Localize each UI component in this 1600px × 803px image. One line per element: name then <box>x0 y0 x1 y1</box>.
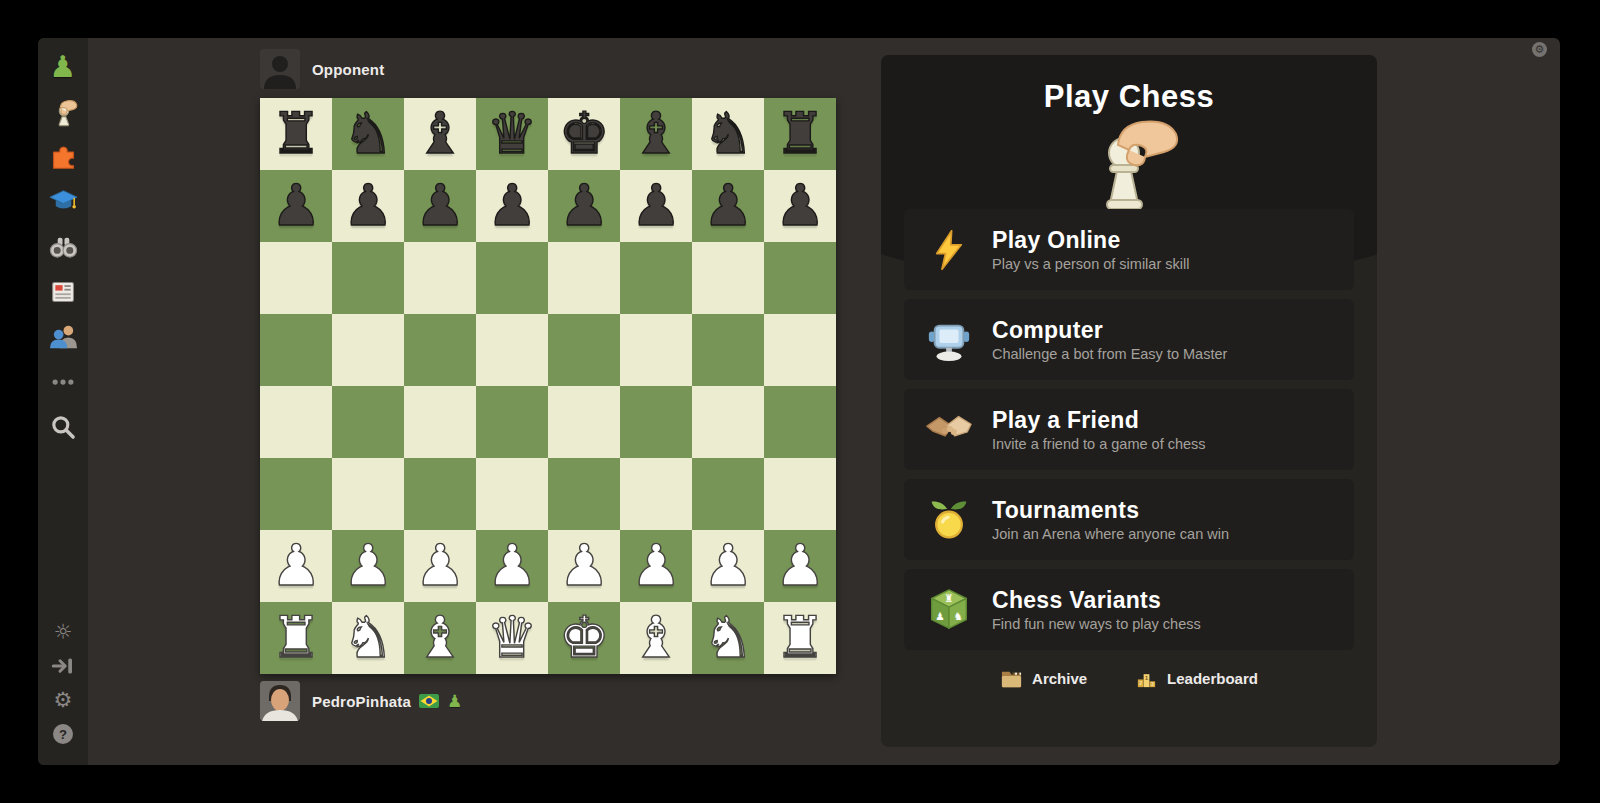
sidebar-item-settings[interactable]: ⚙ <box>50 687 76 713</box>
svg-text:♟: ♟ <box>935 609 944 621</box>
menu-item-label: Play Online <box>992 227 1189 253</box>
play-panel: Play Chess Play Online <box>881 55 1377 747</box>
square-g2[interactable]: ♟ <box>692 530 764 602</box>
player-name: PedroPinhata <box>312 693 411 710</box>
square-c1[interactable]: ♝ <box>404 602 476 674</box>
sidebar-item-watch[interactable] <box>47 230 80 263</box>
app-window: ♟ <box>38 38 1560 765</box>
square-g8[interactable]: ♞ <box>692 98 764 170</box>
sidebar-item-social[interactable] <box>47 320 80 353</box>
medal-icon <box>926 497 972 543</box>
menu-item-computer[interactable]: Computer Challenge a bot from Easy to Ma… <box>904 299 1354 380</box>
black-king[interactable]: ♚ <box>548 98 620 168</box>
white-pawn[interactable]: ♟ <box>548 530 620 600</box>
square-b3[interactable] <box>332 458 404 530</box>
square-f8[interactable]: ♝ <box>620 98 692 170</box>
square-c8[interactable]: ♝ <box>404 98 476 170</box>
white-knight[interactable]: ♞ <box>692 602 764 672</box>
logo-pawn-icon: ♟ <box>50 50 77 83</box>
sidebar-item-learn[interactable] <box>47 185 80 218</box>
square-f6[interactable] <box>620 242 692 314</box>
puzzle-piece-icon <box>49 142 78 171</box>
sidebar-item-news[interactable] <box>47 275 80 308</box>
leaderboard-link[interactable]: 1 2 3 Leaderboard <box>1135 667 1258 690</box>
player-row: PedroPinhata ♟ <box>260 680 836 722</box>
square-h5[interactable] <box>764 314 836 386</box>
square-d1[interactable]: ♛ <box>476 602 548 674</box>
opponent-row: Opponent <box>260 48 836 90</box>
black-knight[interactable]: ♞ <box>332 98 404 168</box>
sign-in-icon <box>51 654 75 678</box>
square-f2[interactable]: ♟ <box>620 530 692 602</box>
square-f4[interactable] <box>620 386 692 458</box>
square-e8[interactable]: ♚ <box>548 98 620 170</box>
square-c5[interactable] <box>404 314 476 386</box>
sidebar-item-search[interactable] <box>47 410 80 443</box>
menu-item-play-online[interactable]: Play Online Play vs a person of similar … <box>904 209 1354 290</box>
sidebar-item-puzzles[interactable] <box>47 140 80 173</box>
white-pawn[interactable]: ♟ <box>404 530 476 600</box>
square-c6[interactable] <box>404 242 476 314</box>
square-f3[interactable] <box>620 458 692 530</box>
settings-icon[interactable]: ⚙ <box>1532 42 1547 57</box>
svg-text:2: 2 <box>1139 680 1142 686</box>
black-pawn[interactable]: ♟ <box>764 170 836 240</box>
lightning-bolt-icon <box>926 227 972 273</box>
square-g3[interactable] <box>692 458 764 530</box>
game-area: Opponent ♜♞♝♛♚♝♞♜♟♟♟♟♟♟♟♟♟♟♟♟♟♟♟♟♜♞♝♛♚♝♞… <box>260 48 836 722</box>
square-d7[interactable]: ♟ <box>476 170 548 242</box>
square-a7[interactable]: ♟ <box>260 170 332 242</box>
black-pawn[interactable]: ♟ <box>332 170 404 240</box>
chess-die-icon: ♜ ♟ ♞ <box>926 587 972 633</box>
menu-item-label: Tournaments <box>992 497 1229 523</box>
sidebar: ♟ <box>38 38 88 765</box>
square-d2[interactable]: ♟ <box>476 530 548 602</box>
square-e2[interactable]: ♟ <box>548 530 620 602</box>
play-menu: Play Online Play vs a person of similar … <box>881 209 1377 659</box>
square-g6[interactable] <box>692 242 764 314</box>
menu-item-sublabel: Join an Arena where anyone can win <box>992 526 1229 542</box>
sidebar-item-home[interactable]: ♟ <box>47 50 80 83</box>
square-b8[interactable]: ♞ <box>332 98 404 170</box>
square-e4[interactable] <box>548 386 620 458</box>
square-c2[interactable]: ♟ <box>404 530 476 602</box>
black-bishop[interactable]: ♝ <box>404 98 476 168</box>
binoculars-icon <box>48 231 79 262</box>
help-icon: ? <box>53 724 73 744</box>
square-b6[interactable] <box>332 242 404 314</box>
graduation-cap-icon <box>48 186 79 217</box>
square-d6[interactable] <box>476 242 548 314</box>
black-pawn[interactable]: ♟ <box>260 170 332 240</box>
sidebar-item-more[interactable] <box>47 365 80 398</box>
square-f1[interactable]: ♝ <box>620 602 692 674</box>
square-c3[interactable] <box>404 458 476 530</box>
panel-footer: Archive 1 2 3 Leaderboard <box>881 667 1377 690</box>
black-pawn[interactable]: ♟ <box>476 170 548 240</box>
archive-label: Archive <box>1032 670 1087 687</box>
square-a4[interactable] <box>260 386 332 458</box>
play-hand-icon <box>48 97 78 127</box>
black-queen[interactable]: ♛ <box>476 98 548 168</box>
svg-text:3: 3 <box>1151 681 1154 687</box>
square-e6[interactable] <box>548 242 620 314</box>
square-g4[interactable] <box>692 386 764 458</box>
square-c4[interactable] <box>404 386 476 458</box>
white-pawn[interactable]: ♟ <box>476 530 548 600</box>
leaderboard-podium-icon: 1 2 3 <box>1135 667 1158 690</box>
search-icon <box>49 413 77 441</box>
white-pawn[interactable]: ♟ <box>620 530 692 600</box>
menu-item-sublabel: Invite a friend to a game of chess <box>992 436 1206 452</box>
brazil-flag-icon <box>419 694 439 708</box>
square-d3[interactable] <box>476 458 548 530</box>
opponent-avatar[interactable] <box>260 49 300 89</box>
theme-contrast-icon: ☼ <box>54 619 73 645</box>
square-d4[interactable] <box>476 386 548 458</box>
svg-text:♜: ♜ <box>944 592 953 604</box>
square-h2[interactable]: ♟ <box>764 530 836 602</box>
chess-board[interactable]: ♜♞♝♛♚♝♞♜♟♟♟♟♟♟♟♟♟♟♟♟♟♟♟♟♜♞♝♛♚♝♞♜ <box>260 98 836 674</box>
menu-item-label: Computer <box>992 317 1227 343</box>
white-pawn[interactable]: ♟ <box>260 530 332 600</box>
sidebar-item-signin[interactable] <box>50 653 76 679</box>
square-d5[interactable] <box>476 314 548 386</box>
square-b7[interactable]: ♟ <box>332 170 404 242</box>
menu-item-sublabel: Play vs a person of similar skill <box>992 256 1189 272</box>
leaderboard-label: Leaderboard <box>1167 670 1258 687</box>
menu-item-label: Play a Friend <box>992 407 1206 433</box>
settings-gear-icon: ⚙ <box>54 687 73 713</box>
square-b1[interactable]: ♞ <box>332 602 404 674</box>
svg-text:1: 1 <box>1145 674 1149 681</box>
sidebar-item-help[interactable]: ? <box>50 721 76 747</box>
square-d8[interactable]: ♛ <box>476 98 548 170</box>
white-knight[interactable]: ♞ <box>332 602 404 672</box>
square-a5[interactable] <box>260 314 332 386</box>
square-b4[interactable] <box>332 386 404 458</box>
square-f7[interactable]: ♟ <box>620 170 692 242</box>
square-e7[interactable]: ♟ <box>548 170 620 242</box>
white-bishop[interactable]: ♝ <box>620 602 692 672</box>
more-dots-icon <box>49 368 77 396</box>
square-b2[interactable]: ♟ <box>332 530 404 602</box>
square-h4[interactable] <box>764 386 836 458</box>
white-pawn[interactable]: ♟ <box>692 530 764 600</box>
opponent-name: Opponent <box>312 61 384 78</box>
square-h1[interactable]: ♜ <box>764 602 836 674</box>
square-a8[interactable]: ♜ <box>260 98 332 170</box>
white-bishop[interactable]: ♝ <box>404 602 476 672</box>
square-a2[interactable]: ♟ <box>260 530 332 602</box>
newspaper-icon <box>49 277 78 306</box>
square-g1[interactable]: ♞ <box>692 602 764 674</box>
sidebar-item-play[interactable] <box>47 95 80 128</box>
black-pawn[interactable]: ♟ <box>620 170 692 240</box>
archive-link[interactable]: Archive <box>1000 667 1087 690</box>
sidebar-item-theme[interactable]: ☼ <box>50 619 76 645</box>
menu-item-tournaments[interactable]: Tournaments Join an Arena where anyone c… <box>904 479 1354 560</box>
people-icon <box>48 321 79 352</box>
black-pawn[interactable]: ♟ <box>692 170 764 240</box>
player-avatar[interactable] <box>260 681 300 721</box>
white-queen[interactable]: ♛ <box>476 602 548 672</box>
menu-item-chess-variants[interactable]: ♜ ♟ ♞ Chess Variants Find fun new ways t… <box>904 569 1354 650</box>
square-g7[interactable]: ♟ <box>692 170 764 242</box>
white-pawn[interactable]: ♟ <box>332 530 404 600</box>
gear-glyph: ⚙ <box>1535 42 1545 57</box>
white-pawn[interactable]: ♟ <box>764 530 836 600</box>
square-h8[interactable]: ♜ <box>764 98 836 170</box>
square-h3[interactable] <box>764 458 836 530</box>
white-rook[interactable]: ♜ <box>260 602 332 672</box>
page: ♟ <box>0 0 1600 803</box>
square-a6[interactable] <box>260 242 332 314</box>
green-pawn-icon: ♟ <box>447 693 462 710</box>
robot-icon <box>926 317 972 363</box>
white-rook[interactable]: ♜ <box>764 602 836 672</box>
black-bishop[interactable]: ♝ <box>620 98 692 168</box>
black-pawn[interactable]: ♟ <box>404 170 476 240</box>
black-knight[interactable]: ♞ <box>692 98 764 168</box>
black-rook[interactable]: ♜ <box>260 98 332 168</box>
menu-item-label: Chess Variants <box>992 587 1201 613</box>
square-h7[interactable]: ♟ <box>764 170 836 242</box>
square-b5[interactable] <box>332 314 404 386</box>
menu-item-sublabel: Find fun new ways to play chess <box>992 616 1201 632</box>
square-e1[interactable]: ♚ <box>548 602 620 674</box>
menu-item-sublabel: Challenge a bot from Easy to Master <box>992 346 1227 362</box>
handshake-icon <box>926 407 972 453</box>
panel-title: Play Chess <box>881 55 1377 115</box>
square-g5[interactable] <box>692 314 764 386</box>
hand-holding-pawn-icon <box>1073 117 1185 209</box>
square-e3[interactable] <box>548 458 620 530</box>
svg-text:♞: ♞ <box>953 609 962 621</box>
square-h6[interactable] <box>764 242 836 314</box>
archive-folder-icon <box>1000 667 1023 690</box>
black-rook[interactable]: ♜ <box>764 98 836 168</box>
square-c7[interactable]: ♟ <box>404 170 476 242</box>
square-f5[interactable] <box>620 314 692 386</box>
silhouette-avatar-icon <box>260 49 300 89</box>
square-e5[interactable] <box>548 314 620 386</box>
square-a3[interactable] <box>260 458 332 530</box>
menu-item-play-a-friend[interactable]: Play a Friend Invite a friend to a game … <box>904 389 1354 470</box>
player-photo <box>260 681 300 721</box>
square-a1[interactable]: ♜ <box>260 602 332 674</box>
white-king[interactable]: ♚ <box>548 602 620 672</box>
black-pawn[interactable]: ♟ <box>548 170 620 240</box>
